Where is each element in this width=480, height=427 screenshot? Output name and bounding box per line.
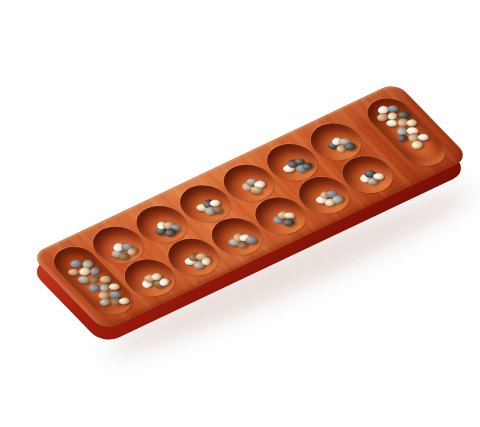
stone-tan [250, 186, 262, 194]
stone-cream [108, 283, 121, 291]
stone-brown [212, 207, 224, 214]
product-photo-canvas [0, 0, 480, 427]
stone-ivory [386, 120, 398, 127]
stone-ivory [372, 173, 384, 180]
